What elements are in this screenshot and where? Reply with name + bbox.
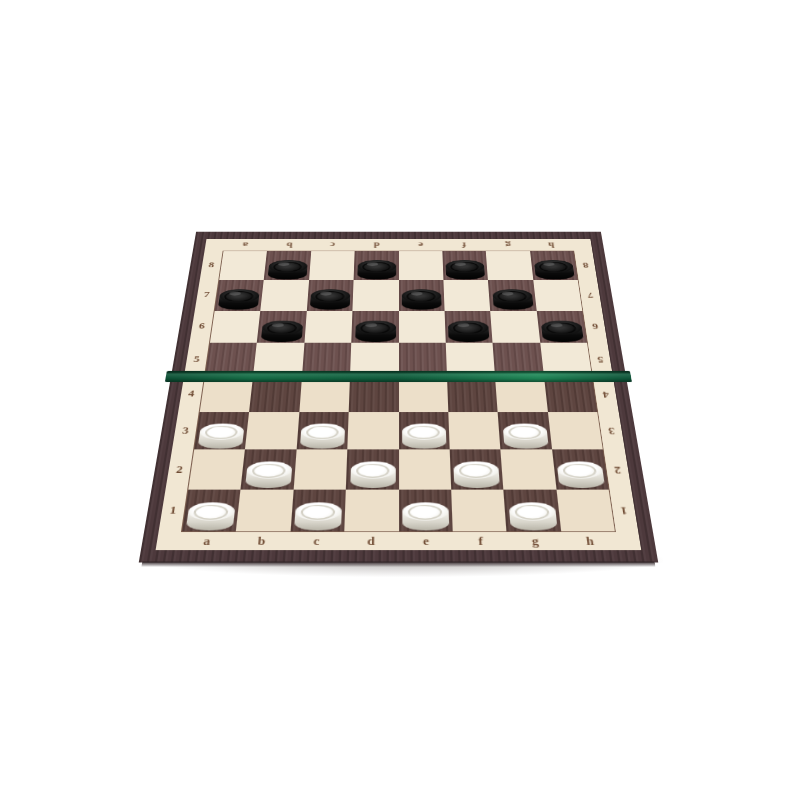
piece-highlight <box>501 292 513 296</box>
square-b8[interactable] <box>264 251 311 280</box>
piece-top-face <box>454 462 500 479</box>
square-c2[interactable] <box>293 450 347 490</box>
square-g1[interactable] <box>504 489 561 531</box>
checker-white-e1[interactable] <box>402 502 449 531</box>
checker-white-g3[interactable] <box>502 423 548 448</box>
file-top-label-h: h <box>529 239 574 251</box>
square-e5[interactable] <box>399 343 447 377</box>
checker-black-d8[interactable] <box>357 260 396 280</box>
square-e6[interactable] <box>399 311 446 343</box>
file-top-label-c: c <box>311 239 355 251</box>
rank-right-label-6: 6 <box>583 310 607 342</box>
square-b1[interactable] <box>236 489 293 531</box>
rank-right-label-7: 7 <box>579 280 603 311</box>
checker-white-g1[interactable] <box>508 502 557 531</box>
square-d7[interactable] <box>353 280 399 310</box>
file-top-label-f: f <box>442 239 486 251</box>
square-f7[interactable] <box>443 280 490 310</box>
square-a1[interactable] <box>182 489 241 531</box>
piece-highlight <box>414 506 427 511</box>
checker-white-a1[interactable] <box>186 502 236 531</box>
square-e8[interactable] <box>399 251 444 280</box>
piece-highlight <box>455 262 467 265</box>
square-c6[interactable] <box>304 311 352 343</box>
piece-shadow <box>451 463 503 490</box>
square-g8[interactable] <box>486 251 533 280</box>
file-top-label-b: b <box>267 239 312 251</box>
checker-black-f8[interactable] <box>446 260 485 280</box>
piece-highlight <box>569 465 582 469</box>
file-top-label-d: d <box>355 239 399 251</box>
checker-white-d2[interactable] <box>350 462 395 489</box>
checker-white-f2[interactable] <box>454 462 500 489</box>
checker-white-a3[interactable] <box>198 423 245 448</box>
piece-shadow <box>183 503 238 532</box>
square-h1[interactable] <box>556 489 615 531</box>
piece-top-face <box>402 423 446 439</box>
checker-white-e3[interactable] <box>402 423 446 448</box>
square-h7[interactable] <box>533 280 582 310</box>
square-d2[interactable] <box>346 450 399 490</box>
checker-black-c7[interactable] <box>310 289 350 310</box>
piece-side <box>454 471 500 489</box>
piece-crown-ring <box>514 504 549 519</box>
square-f5[interactable] <box>446 343 496 377</box>
piece-side <box>350 471 395 489</box>
board-perspective-wrapper: abcdefgh abcdefgh 87654321 87654321 <box>171 149 626 604</box>
square-c7[interactable] <box>307 280 354 310</box>
file-bottom-label-c: c <box>288 532 344 550</box>
piece-side <box>402 432 446 449</box>
piece-shadow <box>297 425 347 451</box>
file-bottom-label-e: e <box>399 532 454 550</box>
checker-black-h8[interactable] <box>534 260 575 280</box>
piece-shadow <box>399 425 448 451</box>
piece-side <box>402 512 449 531</box>
piece-side <box>186 512 235 531</box>
piece-highlight <box>413 427 425 431</box>
piece-crown-ring <box>301 504 336 519</box>
checker-black-d6[interactable] <box>355 320 396 342</box>
square-h6[interactable] <box>536 311 587 343</box>
piece-top-face <box>246 462 292 479</box>
checker-white-h2[interactable] <box>557 462 605 489</box>
board-thickness-edge <box>141 561 655 567</box>
piece-top-face <box>350 462 395 479</box>
checker-white-b2[interactable] <box>245 462 292 489</box>
piece-crown-ring <box>356 464 389 478</box>
square-h2[interactable] <box>552 450 609 490</box>
file-bottom-label-a: a <box>178 532 235 550</box>
checker-black-e7[interactable] <box>402 289 442 310</box>
file-top-label-a: a <box>223 239 268 251</box>
square-f8[interactable] <box>442 251 488 280</box>
piece-side <box>300 432 345 449</box>
square-d8[interactable] <box>354 251 399 280</box>
square-b6[interactable] <box>257 311 306 343</box>
piece-crown-ring <box>508 426 541 439</box>
squares-grid <box>181 251 616 533</box>
piece-highlight <box>366 262 377 265</box>
square-g5[interactable] <box>493 343 544 377</box>
square-e1[interactable] <box>399 489 453 531</box>
piece-highlight <box>465 465 478 469</box>
piece-crown-ring <box>306 426 339 439</box>
piece-crown-ring <box>252 464 286 478</box>
piece-crown-ring <box>459 464 493 478</box>
file-labels-top: abcdefgh <box>223 239 575 251</box>
piece-highlight <box>313 427 325 431</box>
square-b7[interactable] <box>261 280 309 310</box>
square-c5[interactable] <box>302 343 352 377</box>
piece-highlight <box>458 323 470 327</box>
file-bottom-label-b: b <box>233 532 289 550</box>
square-h8[interactable] <box>530 251 578 280</box>
rank-right-label-5: 5 <box>588 343 613 377</box>
piece-crown-ring <box>408 426 440 439</box>
piece-shadow <box>195 425 247 451</box>
piece-highlight <box>272 323 284 327</box>
file-top-label-e: e <box>399 239 443 251</box>
piece-shadow <box>506 503 560 532</box>
file-bottom-label-f: f <box>453 532 509 550</box>
piece-highlight <box>308 506 321 511</box>
piece-shadow <box>347 463 398 490</box>
piece-highlight <box>278 262 290 265</box>
square-a7[interactable] <box>215 280 264 310</box>
square-f1[interactable] <box>451 489 507 531</box>
piece-shadow <box>242 463 295 490</box>
square-b5[interactable] <box>253 343 304 377</box>
square-h5[interactable] <box>540 343 592 377</box>
piece-top-face <box>188 502 236 520</box>
square-g2[interactable] <box>501 450 556 490</box>
square-a6[interactable] <box>210 311 261 343</box>
square-e2[interactable] <box>399 450 452 490</box>
checker-black-b8[interactable] <box>267 260 307 280</box>
file-bottom-label-h: h <box>562 532 619 550</box>
piece-highlight <box>514 427 526 431</box>
piece-top-face <box>402 502 448 520</box>
piece-highlight <box>201 506 214 511</box>
file-bottom-label-d: d <box>343 532 398 550</box>
piece-shadow <box>500 425 551 451</box>
square-a2[interactable] <box>188 450 245 490</box>
piece-highlight <box>258 465 271 469</box>
checker-white-c1[interactable] <box>294 502 342 531</box>
square-a8[interactable] <box>219 251 267 280</box>
photo-background: abcdefgh abcdefgh 87654321 87654321 <box>0 0 800 800</box>
piece-top-face <box>557 462 604 479</box>
piece-top-face <box>508 502 556 520</box>
rank-right-label-8: 8 <box>574 251 597 280</box>
checker-white-c3[interactable] <box>300 423 345 448</box>
file-bottom-label-g: g <box>507 532 563 550</box>
piece-side <box>198 432 244 449</box>
square-d6[interactable] <box>351 311 398 343</box>
square-e7[interactable] <box>399 280 445 310</box>
checker-black-a7[interactable] <box>218 289 260 310</box>
piece-highlight <box>520 506 533 511</box>
square-c8[interactable] <box>309 251 355 280</box>
piece-side <box>509 512 557 531</box>
checker-black-g7[interactable] <box>492 289 533 310</box>
checker-black-f6[interactable] <box>448 320 489 342</box>
square-f2[interactable] <box>450 450 504 490</box>
square-c1[interactable] <box>290 489 346 531</box>
checker-black-b6[interactable] <box>260 320 302 342</box>
square-a5[interactable] <box>205 343 257 377</box>
piece-highlight <box>551 323 563 327</box>
square-d5[interactable] <box>350 343 398 377</box>
piece-top-face <box>295 502 342 520</box>
piece-shadow <box>554 463 608 490</box>
piece-highlight <box>212 427 225 431</box>
piece-shadow <box>291 503 344 532</box>
piece-side <box>294 512 341 531</box>
piece-side <box>245 471 292 489</box>
piece-top-face <box>502 423 547 439</box>
square-f6[interactable] <box>444 311 492 343</box>
piece-crown-ring <box>205 426 239 439</box>
piece-top-face <box>199 423 244 439</box>
piece-side <box>503 432 548 449</box>
piece-highlight <box>365 323 377 327</box>
square-d1[interactable] <box>344 489 398 531</box>
checker-black-h6[interactable] <box>541 320 584 342</box>
piece-crown-ring <box>563 464 598 478</box>
piece-crown-ring <box>408 504 442 519</box>
piece-shadow <box>400 503 452 532</box>
piece-highlight <box>362 465 375 469</box>
square-b2[interactable] <box>241 450 296 490</box>
piece-crown-ring <box>194 504 230 519</box>
file-labels-bottom: abcdefgh <box>178 532 619 550</box>
square-g7[interactable] <box>488 280 536 310</box>
game-board: abcdefgh abcdefgh 87654321 87654321 <box>139 232 658 563</box>
piece-highlight <box>543 262 555 265</box>
file-top-label-g: g <box>486 239 531 251</box>
square-g6[interactable] <box>490 311 539 343</box>
piece-top-face <box>301 423 345 439</box>
piece-side <box>558 471 605 489</box>
